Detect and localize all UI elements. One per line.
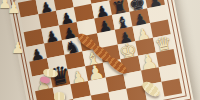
chess-board: ♟♟♟♜♚♟♟♟♟♝♟♟♞♟♟♝♚♛♟♛♟♟♟ [6, 0, 194, 100]
square-h1 [162, 78, 183, 96]
chessboard-photo: ♟♟♟♜♚♟♟♟♟♝♟♟♞♟♟♝♚♛♟♛♟♟♟ ♟♟♟ [0, 0, 200, 100]
board-grid: ♟♟♟♜♚♟♟♟♟♝♟♟♞♟♟♝♚♛♟♛♟♟♟ [18, 0, 182, 100]
